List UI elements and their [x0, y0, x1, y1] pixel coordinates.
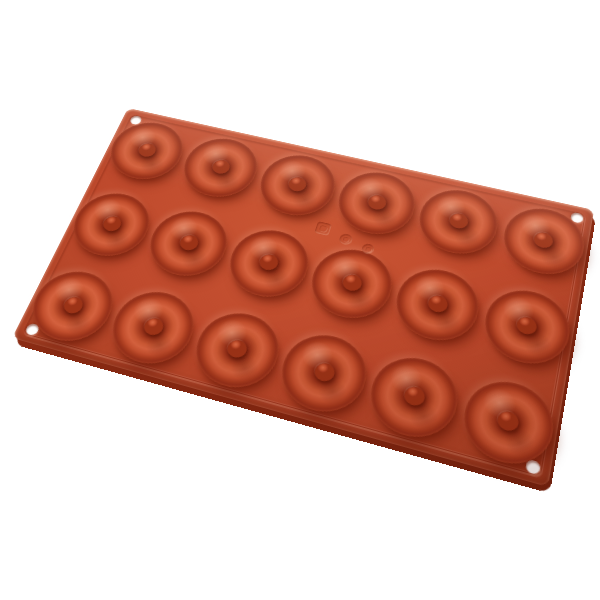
donut-cavity-r3-c5 — [362, 349, 465, 447]
donut-cavity-r2-c3 — [220, 223, 317, 305]
donut-cavity-r1-c1 — [100, 116, 192, 185]
cavity-center-post — [341, 273, 364, 293]
donut-cavity-r2-c2 — [140, 204, 238, 283]
donut-cavity-r2-c6 — [478, 282, 574, 372]
cavity-center-post — [210, 159, 232, 176]
cavity-center-post — [496, 409, 520, 433]
cavity-center-post — [100, 215, 123, 233]
cavity-center-post — [178, 233, 201, 252]
donut-cavity-r2-c5 — [389, 261, 486, 348]
cavity-center-post — [533, 231, 554, 250]
product-photo-canvas — [0, 0, 600, 600]
silicone-donut-mold — [12, 108, 594, 487]
cavity-center-post — [402, 385, 426, 408]
donut-cavity-r2-c4 — [303, 242, 400, 326]
cavity-center-post — [142, 316, 166, 337]
donut-cavity-r3-c2 — [101, 284, 205, 372]
cavity-center-post — [427, 294, 450, 314]
cavity-center-post — [448, 212, 469, 230]
donut-cavity-r1-c5 — [413, 183, 504, 261]
cavity-center-post — [516, 315, 539, 336]
donut-cavity-r1-c3 — [251, 148, 343, 222]
cavity-grid — [12, 108, 594, 487]
cavity-center-post — [312, 361, 336, 383]
cavity-center-post — [61, 295, 85, 315]
cavity-center-post — [258, 253, 281, 272]
cavity-center-post — [136, 142, 158, 158]
donut-cavity-r3-c1 — [21, 264, 125, 350]
donut-cavity-r2-c1 — [63, 186, 161, 263]
cavity-center-post — [287, 176, 309, 193]
cavity-center-post — [225, 338, 249, 359]
donut-cavity-r3-c3 — [185, 305, 288, 396]
donut-cavity-r3-c4 — [272, 326, 375, 421]
donut-cavity-r1-c4 — [331, 165, 423, 241]
donut-cavity-r3-c6 — [457, 372, 559, 473]
cavity-center-post — [366, 193, 388, 211]
donut-cavity-r1-c2 — [175, 132, 267, 203]
